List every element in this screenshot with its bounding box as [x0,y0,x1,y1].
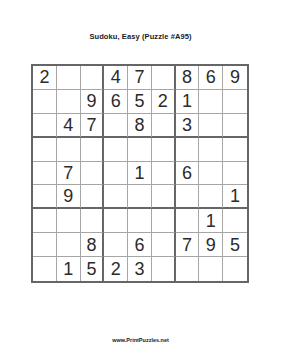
given-digit-r5c5[interactable]: 1 [128,162,152,186]
cell-r7c4[interactable] [104,209,128,233]
cell-r8c2[interactable] [57,233,81,257]
cell-r7c7[interactable] [176,209,200,233]
cell-r4c2[interactable] [57,138,81,162]
given-digit-r2c3[interactable]: 9 [81,90,105,114]
cell-r7c1[interactable] [33,209,57,233]
cell-r2c2[interactable] [57,90,81,114]
given-digit-r3c5[interactable]: 8 [128,114,152,138]
given-digit-r9c3[interactable]: 5 [81,257,105,281]
cell-r4c5[interactable] [128,138,152,162]
given-digit-r8c5[interactable]: 6 [128,233,152,257]
cell-r4c9[interactable] [223,138,247,162]
given-digit-r6c9[interactable]: 1 [223,185,247,209]
cell-r6c3[interactable] [81,185,105,209]
cell-r7c2[interactable] [57,209,81,233]
cell-r9c9[interactable] [223,257,247,281]
cell-r3c4[interactable] [104,114,128,138]
cell-r3c6[interactable] [152,114,176,138]
cell-r4c7[interactable] [176,138,200,162]
cell-r5c9[interactable] [223,162,247,186]
cell-r5c6[interactable] [152,162,176,186]
cell-r6c7[interactable] [176,185,200,209]
cell-r4c3[interactable] [81,138,105,162]
given-digit-r5c7[interactable]: 6 [176,162,200,186]
cell-r2c9[interactable] [223,90,247,114]
given-digit-r1c7[interactable]: 8 [176,66,200,90]
cell-r2c1[interactable] [33,90,57,114]
cell-r6c5[interactable] [128,185,152,209]
cell-r4c8[interactable] [199,138,223,162]
given-digit-r3c2[interactable]: 4 [57,114,81,138]
given-digit-r6c2[interactable]: 9 [57,185,81,209]
cell-r8c1[interactable] [33,233,57,257]
cell-r9c7[interactable] [176,257,200,281]
cell-r3c9[interactable] [223,114,247,138]
cell-r4c1[interactable] [33,138,57,162]
cell-r9c8[interactable] [199,257,223,281]
cell-r1c6[interactable] [152,66,176,90]
given-digit-r2c7[interactable]: 1 [176,90,200,114]
cell-r5c8[interactable] [199,162,223,186]
given-digit-r1c1[interactable]: 2 [33,66,57,90]
given-digit-r1c9[interactable]: 9 [223,66,247,90]
given-digit-r8c9[interactable]: 5 [223,233,247,257]
cell-r7c5[interactable] [128,209,152,233]
cell-r4c6[interactable] [152,138,176,162]
cell-r6c6[interactable] [152,185,176,209]
given-digit-r3c7[interactable]: 3 [176,114,200,138]
sudoku-board: 247869965214783716911867951523 [31,64,249,283]
cell-r3c8[interactable] [199,114,223,138]
given-digit-r7c8[interactable]: 1 [199,209,223,233]
cell-r4c4[interactable] [104,138,128,162]
cell-r7c3[interactable] [81,209,105,233]
given-digit-r9c5[interactable]: 3 [128,257,152,281]
cell-r5c4[interactable] [104,162,128,186]
cell-r8c4[interactable] [104,233,128,257]
given-digit-r3c3[interactable]: 7 [81,114,105,138]
given-digit-r8c7[interactable]: 7 [176,233,200,257]
cell-r6c1[interactable] [33,185,57,209]
given-digit-r2c6[interactable]: 2 [152,90,176,114]
cell-r6c4[interactable] [104,185,128,209]
cell-r7c9[interactable] [223,209,247,233]
given-digit-r9c4[interactable]: 2 [104,257,128,281]
cell-r3c1[interactable] [33,114,57,138]
given-digit-r8c3[interactable]: 8 [81,233,105,257]
given-digit-r8c8[interactable]: 9 [199,233,223,257]
cell-r9c1[interactable] [33,257,57,281]
given-digit-r1c4[interactable]: 4 [104,66,128,90]
cell-r8c6[interactable] [152,233,176,257]
site-url-text: www.PrintPuzzles.net [0,336,281,344]
cell-r7c6[interactable] [152,209,176,233]
cell-r6c8[interactable] [199,185,223,209]
given-digit-r2c5[interactable]: 5 [128,90,152,114]
given-digit-r5c2[interactable]: 7 [57,162,81,186]
given-digit-r2c4[interactable]: 6 [104,90,128,114]
given-digit-r9c2[interactable]: 1 [57,257,81,281]
cell-r1c3[interactable] [81,66,105,90]
cell-r2c8[interactable] [199,90,223,114]
cell-r1c2[interactable] [57,66,81,90]
cell-r9c6[interactable] [152,257,176,281]
cell-r5c1[interactable] [33,162,57,186]
given-digit-r1c5[interactable]: 7 [128,66,152,90]
given-digit-r1c8[interactable]: 6 [199,66,223,90]
puzzle-title: Sudoku, Easy (Puzzle #A95) [0,32,281,42]
cell-r5c3[interactable] [81,162,105,186]
